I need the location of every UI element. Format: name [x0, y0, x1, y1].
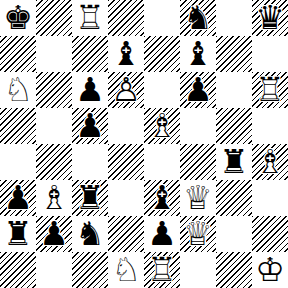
piece-face-glyph: ♖: [144, 252, 180, 288]
square-a5[interactable]: [0, 108, 36, 144]
square-g6[interactable]: [216, 72, 252, 108]
piece-face-glyph: ♞: [180, 0, 216, 36]
piece-face-glyph: ♟: [144, 216, 180, 252]
square-h6[interactable]: ♜♖: [252, 72, 288, 108]
piece-face-glyph: ♕: [180, 180, 216, 216]
piece-face-glyph: ♜: [216, 144, 252, 180]
piece-black-queen[interactable]: ♛♛: [252, 0, 288, 36]
square-h4[interactable]: ♝♗: [252, 144, 288, 180]
square-b3[interactable]: ♝♗: [36, 180, 72, 216]
square-f6[interactable]: ♟♟: [180, 72, 216, 108]
piece-white-bishop[interactable]: ♝♗: [144, 108, 180, 144]
piece-black-bishop[interactable]: ♝♝: [144, 180, 180, 216]
piece-face-glyph: ♛: [252, 0, 288, 36]
square-b8[interactable]: [36, 0, 72, 36]
square-e8[interactable]: [144, 0, 180, 36]
square-f2[interactable]: ♛♕: [180, 216, 216, 252]
square-a8[interactable]: ♚♚: [0, 0, 36, 36]
piece-face-glyph: ♝: [180, 36, 216, 72]
piece-black-rook[interactable]: ♜♜: [0, 216, 36, 252]
piece-face-glyph: ♚: [0, 0, 36, 36]
square-b1[interactable]: [36, 252, 72, 288]
piece-white-rook[interactable]: ♜♖: [72, 0, 108, 36]
square-d5[interactable]: [108, 108, 144, 144]
square-b7[interactable]: [36, 36, 72, 72]
piece-black-pawn[interactable]: ♟♟: [144, 216, 180, 252]
piece-face-glyph: ♖: [252, 72, 288, 108]
square-b2[interactable]: ♟♟: [36, 216, 72, 252]
square-g3[interactable]: [216, 180, 252, 216]
piece-face-glyph: ♙: [108, 72, 144, 108]
square-c3[interactable]: ♜♜: [72, 180, 108, 216]
square-e5[interactable]: ♝♗: [144, 108, 180, 144]
square-g8[interactable]: [216, 0, 252, 36]
square-a1[interactable]: [0, 252, 36, 288]
square-a4[interactable]: [0, 144, 36, 180]
square-b4[interactable]: [36, 144, 72, 180]
piece-black-pawn[interactable]: ♟♟: [72, 108, 108, 144]
square-d3[interactable]: [108, 180, 144, 216]
square-f5[interactable]: [180, 108, 216, 144]
piece-face-glyph: ♝: [108, 36, 144, 72]
piece-face-glyph: ♜: [72, 180, 108, 216]
piece-face-glyph: ♖: [72, 0, 108, 36]
square-d2[interactable]: [108, 216, 144, 252]
square-d7[interactable]: ♝♝: [108, 36, 144, 72]
square-e1[interactable]: ♜♖: [144, 252, 180, 288]
piece-white-rook[interactable]: ♜♖: [252, 72, 288, 108]
piece-face-glyph: ♘: [108, 252, 144, 288]
square-c1[interactable]: [72, 252, 108, 288]
piece-black-rook[interactable]: ♜♜: [216, 144, 252, 180]
square-e3[interactable]: ♝♝: [144, 180, 180, 216]
square-e7[interactable]: [144, 36, 180, 72]
square-f7[interactable]: ♝♝: [180, 36, 216, 72]
square-a2[interactable]: ♜♜: [0, 216, 36, 252]
piece-face-glyph: ♜: [0, 216, 36, 252]
square-g5[interactable]: [216, 108, 252, 144]
square-g7[interactable]: [216, 36, 252, 72]
square-c8[interactable]: ♜♖: [72, 0, 108, 36]
piece-face-glyph: ♟: [0, 180, 36, 216]
piece-black-bishop[interactable]: ♝♝: [108, 36, 144, 72]
piece-black-rook[interactable]: ♜♜: [72, 180, 108, 216]
piece-white-bishop[interactable]: ♝♗: [252, 144, 288, 180]
square-d6[interactable]: ♟♙: [108, 72, 144, 108]
square-h8[interactable]: ♛♛: [252, 0, 288, 36]
square-c6[interactable]: ♟♟: [72, 72, 108, 108]
piece-face-glyph: ♝: [144, 180, 180, 216]
square-e6[interactable]: [144, 72, 180, 108]
chess-board: ♚♚♜♖♞♞♛♛♝♝♝♝♞♘♟♟♟♙♟♟♜♖♟♟♝♗♜♜♝♗♟♟♝♗♜♜♝♝♛♕…: [0, 0, 288, 288]
square-b5[interactable]: [36, 108, 72, 144]
piece-white-king[interactable]: ♚♔: [252, 252, 288, 288]
piece-white-rook[interactable]: ♜♖: [144, 252, 180, 288]
square-c7[interactable]: [72, 36, 108, 72]
piece-face-glyph: ♟: [180, 72, 216, 108]
square-h2[interactable]: [252, 216, 288, 252]
square-g1[interactable]: [216, 252, 252, 288]
piece-face-glyph: ♗: [252, 144, 288, 180]
piece-black-pawn[interactable]: ♟♟: [0, 180, 36, 216]
piece-black-pawn[interactable]: ♟♟: [72, 72, 108, 108]
square-b6[interactable]: [36, 72, 72, 108]
piece-face-glyph: ♗: [36, 180, 72, 216]
square-f4[interactable]: [180, 144, 216, 180]
square-f1[interactable]: [180, 252, 216, 288]
piece-white-knight[interactable]: ♞♘: [108, 252, 144, 288]
square-d4[interactable]: [108, 144, 144, 180]
piece-face-glyph: ♟: [36, 216, 72, 252]
square-h1[interactable]: ♚♔: [252, 252, 288, 288]
square-a7[interactable]: [0, 36, 36, 72]
piece-black-knight[interactable]: ♞♞: [180, 0, 216, 36]
piece-face-glyph: ♗: [144, 108, 180, 144]
square-d1[interactable]: ♞♘: [108, 252, 144, 288]
piece-white-bishop[interactable]: ♝♗: [36, 180, 72, 216]
square-f8[interactable]: ♞♞: [180, 0, 216, 36]
piece-black-bishop[interactable]: ♝♝: [180, 36, 216, 72]
square-h3[interactable]: [252, 180, 288, 216]
square-d8[interactable]: [108, 0, 144, 36]
piece-white-knight[interactable]: ♞♘: [0, 72, 36, 108]
square-a6[interactable]: ♞♘: [0, 72, 36, 108]
piece-face-glyph: ♔: [252, 252, 288, 288]
square-e2[interactable]: ♟♟: [144, 216, 180, 252]
square-h5[interactable]: [252, 108, 288, 144]
piece-face-glyph: ♟: [72, 72, 108, 108]
piece-face-glyph: ♟: [72, 108, 108, 144]
piece-black-pawn[interactable]: ♟♟: [180, 72, 216, 108]
piece-black-knight[interactable]: ♞♞: [72, 216, 108, 252]
piece-white-queen[interactable]: ♛♕: [180, 216, 216, 252]
square-e4[interactable]: [144, 144, 180, 180]
piece-face-glyph: ♞: [72, 216, 108, 252]
square-c5[interactable]: ♟♟: [72, 108, 108, 144]
square-c4[interactable]: [72, 144, 108, 180]
piece-white-queen[interactable]: ♛♕: [180, 180, 216, 216]
square-c2[interactable]: ♞♞: [72, 216, 108, 252]
piece-face-glyph: ♘: [0, 72, 36, 108]
piece-face-glyph: ♕: [180, 216, 216, 252]
piece-black-king[interactable]: ♚♚: [0, 0, 36, 36]
square-g4[interactable]: ♜♜: [216, 144, 252, 180]
square-h7[interactable]: [252, 36, 288, 72]
piece-black-pawn[interactable]: ♟♟: [36, 216, 72, 252]
square-a3[interactable]: ♟♟: [0, 180, 36, 216]
square-g2[interactable]: [216, 216, 252, 252]
square-f3[interactable]: ♛♕: [180, 180, 216, 216]
piece-white-pawn[interactable]: ♟♙: [108, 72, 144, 108]
